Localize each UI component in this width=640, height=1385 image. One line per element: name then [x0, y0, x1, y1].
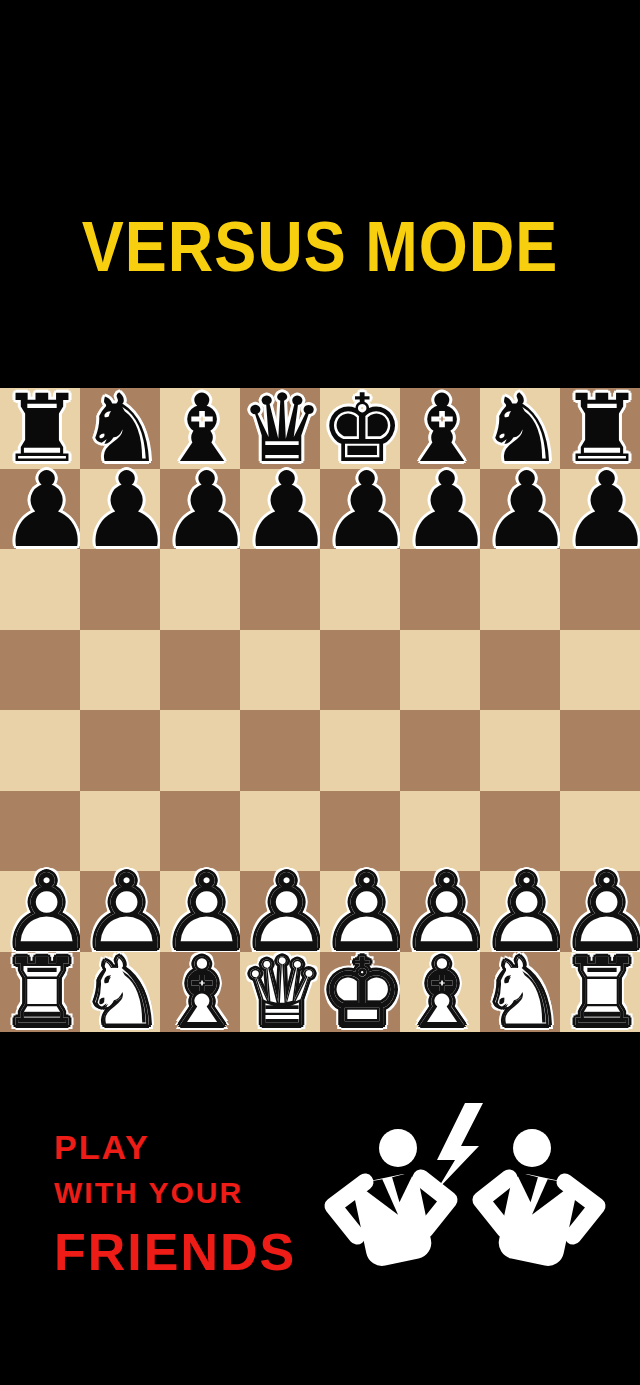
piece-black-pawn: ♟	[160, 470, 240, 550]
square-f5[interactable]	[400, 630, 480, 711]
square-f6[interactable]	[400, 549, 480, 630]
piece-white-queen: ♛♕	[240, 953, 320, 1033]
page-title: VERSUS MODE	[0, 206, 640, 287]
square-c1[interactable]: ♝♗	[160, 952, 240, 1033]
square-a6[interactable]	[0, 549, 80, 630]
square-a1[interactable]: ♜♖	[0, 952, 80, 1033]
piece-black-pawn: ♟	[0, 470, 80, 550]
square-g1[interactable]: ♞♘	[480, 952, 560, 1033]
chessboard: ♜♞♝♛♚♝♞♜♟♟♟♟♟♟♟♟♟♙♟♙♟♙♟♙♟♙♟♙♟♙♟♙♜♖♞♘♝♗♛♕…	[0, 388, 640, 1032]
square-d6[interactable]	[240, 549, 320, 630]
square-a5[interactable]	[0, 630, 80, 711]
square-g6[interactable]	[480, 549, 560, 630]
square-c7[interactable]: ♟	[160, 469, 240, 550]
piece-white-knight: ♞♘	[480, 953, 560, 1033]
square-e4[interactable]	[320, 710, 400, 791]
square-h6[interactable]	[560, 549, 640, 630]
square-d1[interactable]: ♛♕	[240, 952, 320, 1033]
square-b6[interactable]	[80, 549, 160, 630]
square-a7[interactable]: ♟	[0, 469, 80, 550]
square-c4[interactable]	[160, 710, 240, 791]
piece-white-bishop: ♝♗	[400, 953, 480, 1033]
square-h7[interactable]: ♟	[560, 469, 640, 550]
lightning-bolt-icon	[437, 1103, 483, 1190]
piece-white-bishop: ♝♗	[160, 953, 240, 1033]
player-left-icon	[333, 1129, 449, 1269]
piece-black-pawn: ♟	[560, 470, 640, 550]
square-f1[interactable]: ♝♗	[400, 952, 480, 1033]
square-g5[interactable]	[480, 630, 560, 711]
tagline-line-1: PLAY	[54, 1130, 296, 1164]
piece-black-pawn: ♟	[80, 470, 160, 550]
square-h1[interactable]: ♜♖	[560, 952, 640, 1033]
square-h4[interactable]	[560, 710, 640, 791]
tagline-line-2: WITH YOUR	[54, 1178, 296, 1208]
piece-black-pawn: ♟	[480, 470, 560, 550]
square-d5[interactable]	[240, 630, 320, 711]
piece-white-knight: ♞♘	[80, 953, 160, 1033]
two-players-versus-lightning-icon	[305, 1098, 621, 1276]
square-e7[interactable]: ♟	[320, 469, 400, 550]
tagline: PLAY WITH YOUR FRIENDS	[54, 1130, 296, 1278]
square-g7[interactable]: ♟	[480, 469, 560, 550]
square-e5[interactable]	[320, 630, 400, 711]
versus-mode-screen: { "game": "chess", "position": { "fen": …	[0, 0, 640, 1385]
player-right-icon	[481, 1129, 597, 1269]
square-d4[interactable]	[240, 710, 320, 791]
piece-black-pawn: ♟	[320, 470, 400, 550]
square-a4[interactable]	[0, 710, 80, 791]
square-f4[interactable]	[400, 710, 480, 791]
tagline-line-3: FRIENDS	[54, 1226, 296, 1278]
piece-black-pawn: ♟	[240, 470, 320, 550]
piece-white-rook: ♜♖	[560, 953, 640, 1033]
square-d7[interactable]: ♟	[240, 469, 320, 550]
square-c5[interactable]	[160, 630, 240, 711]
piece-black-pawn: ♟	[400, 470, 480, 550]
square-b7[interactable]: ♟	[80, 469, 160, 550]
square-b4[interactable]	[80, 710, 160, 791]
square-b5[interactable]	[80, 630, 160, 711]
square-c6[interactable]	[160, 549, 240, 630]
square-e1[interactable]: ♚♔	[320, 952, 400, 1033]
piece-white-king: ♚♔	[320, 953, 400, 1033]
square-f7[interactable]: ♟	[400, 469, 480, 550]
piece-white-rook: ♜♖	[0, 953, 80, 1033]
square-h5[interactable]	[560, 630, 640, 711]
square-g4[interactable]	[480, 710, 560, 791]
square-e6[interactable]	[320, 549, 400, 630]
square-b1[interactable]: ♞♘	[80, 952, 160, 1033]
